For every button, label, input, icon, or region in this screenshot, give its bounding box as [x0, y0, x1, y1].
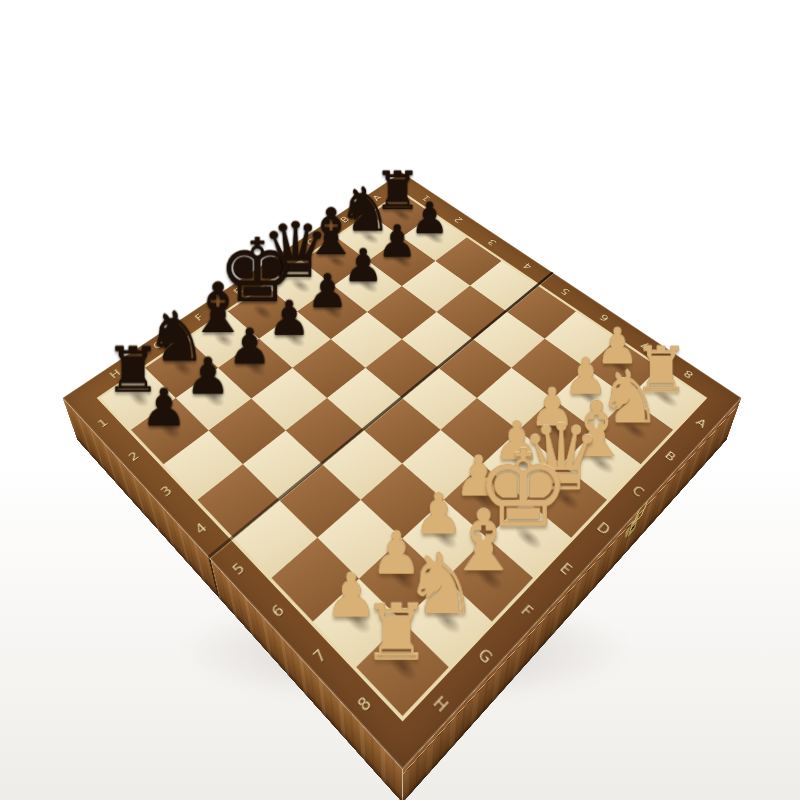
chess-box: 1122334455667788AABBCCDDEEFFGGHH ♜♞♝♛♚♝♞…: [63, 172, 742, 769]
board-top: 1122334455667788AABBCCDDEEFFGGHH ♜♞♝♛♚♝♞…: [63, 172, 742, 769]
scene: 1122334455667788AABBCCDDEEFFGGHH ♜♞♝♛♚♝♞…: [0, 0, 800, 800]
chess-piece-glyph: ♟: [117, 382, 210, 434]
chess-piece-glyph: ♜: [341, 596, 453, 673]
pieces-layer: ♜♞♝♛♚♝♞♜♟♟♟♟♟♟♟♟♟♟♟♟♟♟♟♟♜♞♝♛♚♝♞♜: [62, 172, 741, 769]
